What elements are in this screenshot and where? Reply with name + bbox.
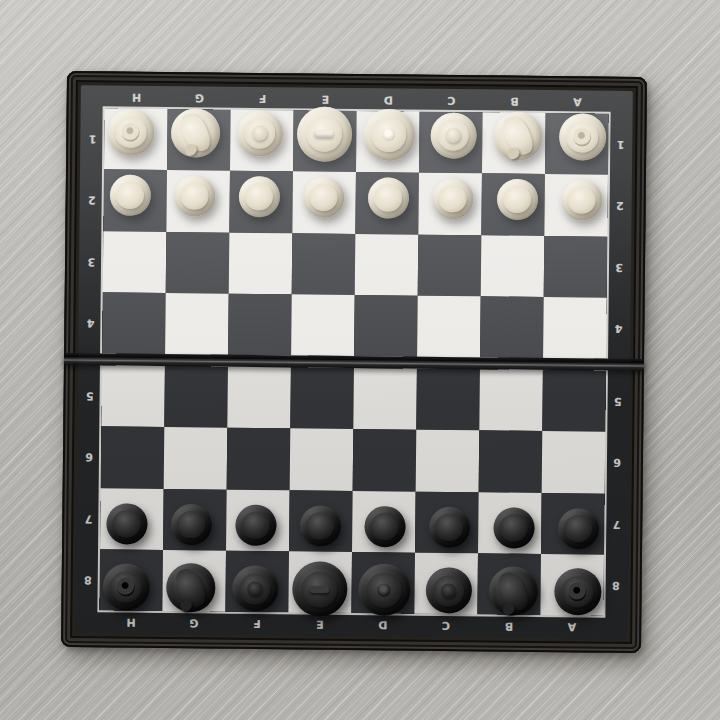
rank-label-left-7: 7 (76, 488, 101, 549)
square-a3[interactable] (544, 235, 608, 297)
rank-label-right-3: 3 (607, 236, 632, 297)
square-c1[interactable] (419, 112, 483, 174)
board-half-top (102, 108, 609, 358)
square-d7[interactable] (352, 490, 416, 552)
square-a8[interactable] (540, 554, 604, 616)
square-d6[interactable] (353, 429, 417, 491)
piece-black-pawn-b7[interactable] (493, 507, 534, 548)
square-g4[interactable] (165, 293, 229, 355)
piece-white-pawn-b2[interactable] (496, 179, 537, 220)
rank-label-left-5: 5 (77, 365, 102, 426)
square-e5[interactable] (290, 367, 354, 429)
rank-label-right-1: 1 (608, 114, 633, 175)
rank-label-left-2: 2 (79, 169, 104, 230)
file-label-bottom-g: G (162, 611, 225, 635)
square-h8[interactable] (99, 549, 163, 611)
rank-label-left-1: 1 (80, 108, 105, 169)
square-b2[interactable] (481, 174, 545, 236)
rank-label-left-6: 6 (77, 426, 102, 487)
square-c3[interactable] (418, 234, 482, 296)
piece-white-rook-h1[interactable] (107, 108, 154, 155)
square-e8[interactable] (288, 551, 352, 613)
square-c5[interactable] (416, 369, 480, 431)
square-c7[interactable] (415, 491, 479, 553)
square-a6[interactable] (542, 431, 606, 493)
piece-white-queen-d1[interactable] (362, 108, 415, 161)
square-f3[interactable] (229, 232, 293, 294)
square-h1[interactable] (104, 108, 168, 170)
piece-black-knight-g8[interactable] (166, 563, 216, 613)
piece-white-pawn-a2[interactable] (561, 179, 602, 220)
square-a4[interactable] (543, 297, 607, 359)
square-b4[interactable] (480, 296, 544, 358)
piece-black-knight-b8[interactable] (488, 567, 538, 617)
square-g8[interactable] (162, 550, 226, 612)
piece-black-rook-a8[interactable] (554, 568, 601, 615)
square-c8[interactable] (414, 552, 478, 614)
piece-black-pawn-a7[interactable] (557, 508, 598, 549)
square-e4[interactable] (291, 294, 355, 356)
square-h5[interactable] (101, 365, 165, 427)
square-d8[interactable] (351, 552, 415, 614)
square-f4[interactable] (228, 293, 292, 355)
square-g5[interactable] (164, 366, 228, 428)
square-f5[interactable] (227, 367, 291, 429)
square-b3[interactable] (481, 235, 545, 297)
chess-board: HGFEDCBA 12345678 12345678 HGFEDCBA (61, 71, 647, 653)
square-b8[interactable] (477, 553, 541, 615)
rank-label-right-5: 5 (605, 371, 630, 432)
square-h6[interactable] (101, 427, 165, 489)
square-e2[interactable] (292, 172, 356, 234)
rank-label-right-4: 4 (606, 297, 631, 358)
square-h3[interactable] (103, 231, 167, 293)
square-c4[interactable] (417, 295, 481, 357)
rank-label-right-8: 8 (603, 554, 628, 615)
rank-label-left-3: 3 (79, 231, 104, 292)
rank-label-right-6: 6 (605, 432, 630, 493)
piece-black-pawn-f7[interactable] (235, 505, 276, 546)
square-e3[interactable] (292, 233, 356, 295)
piece-white-knight-b1[interactable] (493, 111, 543, 161)
file-label-top-c: C (420, 89, 483, 113)
square-h7[interactable] (100, 488, 164, 550)
file-label-top-f: F (231, 87, 294, 111)
piece-white-pawn-d2[interactable] (367, 177, 408, 218)
square-a1[interactable] (545, 113, 609, 175)
square-c6[interactable] (416, 430, 480, 492)
square-d2[interactable] (355, 172, 419, 234)
board-sticker: HGFEDCBA 12345678 12345678 HGFEDCBA (75, 85, 633, 639)
rank-label-left-4: 4 (78, 292, 103, 353)
square-f7[interactable] (226, 489, 290, 551)
piece-white-bishop-c1[interactable] (430, 112, 476, 158)
square-a7[interactable] (541, 492, 605, 554)
square-e1[interactable] (293, 110, 357, 172)
square-e6[interactable] (290, 429, 354, 491)
piece-white-pawn-c2[interactable] (432, 178, 473, 219)
square-g2[interactable] (166, 170, 230, 232)
square-c2[interactable] (418, 173, 482, 235)
file-label-top-b: B (483, 89, 546, 113)
square-a2[interactable] (544, 174, 608, 236)
piece-white-king-e1[interactable] (296, 106, 352, 162)
rank-label-left-8: 8 (75, 549, 100, 610)
piece-black-pawn-g7[interactable] (170, 504, 211, 545)
file-label-bottom-d: D (351, 613, 414, 637)
square-d5[interactable] (353, 368, 417, 430)
square-f8[interactable] (225, 550, 289, 612)
square-a5[interactable] (542, 370, 606, 432)
square-d1[interactable] (356, 111, 420, 173)
square-b6[interactable] (479, 431, 543, 493)
square-g1[interactable] (167, 109, 231, 171)
square-e7[interactable] (289, 490, 353, 552)
square-h2[interactable] (103, 170, 167, 232)
piece-white-bishop-f1[interactable] (236, 110, 282, 156)
piece-black-pawn-h7[interactable] (106, 503, 147, 544)
file-label-bottom-h: H (99, 610, 162, 634)
piece-black-bishop-f8[interactable] (232, 566, 278, 612)
square-d4[interactable] (354, 295, 418, 357)
piece-black-bishop-c8[interactable] (425, 568, 471, 614)
piece-white-knight-g1[interactable] (170, 108, 220, 158)
piece-white-pawn-h2[interactable] (109, 175, 150, 216)
file-label-bottom-a: A (540, 615, 603, 639)
square-f2[interactable] (229, 171, 293, 233)
piece-white-pawn-f2[interactable] (238, 176, 279, 217)
piece-black-pawn-e7[interactable] (299, 505, 340, 546)
file-label-top-a: A (546, 90, 609, 114)
rank-label-right-2: 2 (607, 175, 632, 236)
piece-black-king-e8[interactable] (292, 562, 348, 618)
square-g3[interactable] (166, 232, 230, 294)
photo-background: HGFEDCBA 12345678 12345678 HGFEDCBA (0, 0, 720, 720)
file-label-bottom-f: F (225, 612, 288, 636)
square-b7[interactable] (478, 492, 542, 554)
piece-white-pawn-e2[interactable] (303, 177, 344, 218)
square-g7[interactable] (163, 489, 227, 551)
board-half-bottom (99, 365, 606, 615)
file-labels-bottom: HGFEDCBA (99, 610, 603, 638)
file-label-bottom-c: C (414, 614, 477, 638)
piece-black-pawn-c7[interactable] (428, 507, 469, 548)
square-f1[interactable] (230, 110, 294, 172)
square-g6[interactable] (164, 427, 228, 489)
square-b1[interactable] (482, 112, 546, 174)
square-f6[interactable] (227, 428, 291, 490)
piece-white-pawn-g2[interactable] (174, 175, 215, 216)
piece-black-rook-h8[interactable] (102, 564, 149, 611)
piece-black-queen-d8[interactable] (358, 564, 411, 617)
file-label-top-g: G (168, 86, 231, 110)
square-b5[interactable] (479, 369, 543, 431)
piece-black-pawn-d7[interactable] (364, 506, 405, 547)
rank-label-right-7: 7 (604, 493, 629, 554)
file-label-bottom-b: B (477, 614, 540, 638)
piece-white-rook-a1[interactable] (558, 113, 605, 160)
file-label-top-h: H (105, 85, 168, 109)
square-h4[interactable] (102, 292, 166, 354)
square-d3[interactable] (355, 234, 419, 296)
